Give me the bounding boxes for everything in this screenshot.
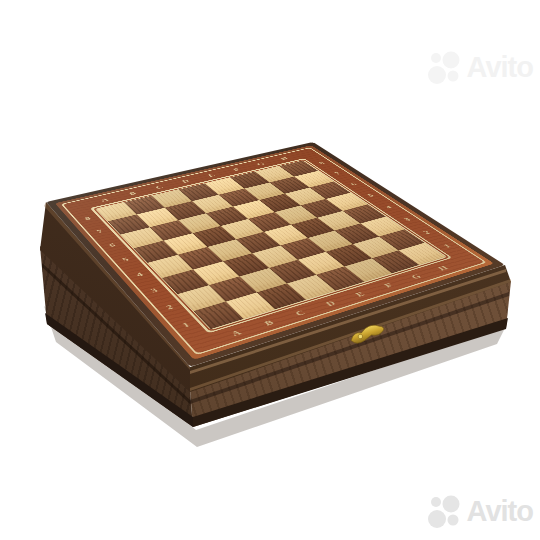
chess-board-lid: AABBCCDDEEFFGGHH1122334455667788 [46,142,505,367]
watermark-text: Avito [467,51,533,84]
product-photo-chess-casket: AABBCCDDEEFFGGHH1122334455667788 Avito A… [0,0,540,540]
avito-logo-icon [426,493,462,529]
brass-latch [346,317,391,350]
watermark-text: Avito [467,495,533,528]
photo-sheen [46,142,505,367]
avito-logo-icon [426,49,462,85]
watermark-avito-top: Avito [426,49,533,85]
watermark-avito-bottom: Avito [426,493,533,529]
latch-ornament [349,322,386,345]
